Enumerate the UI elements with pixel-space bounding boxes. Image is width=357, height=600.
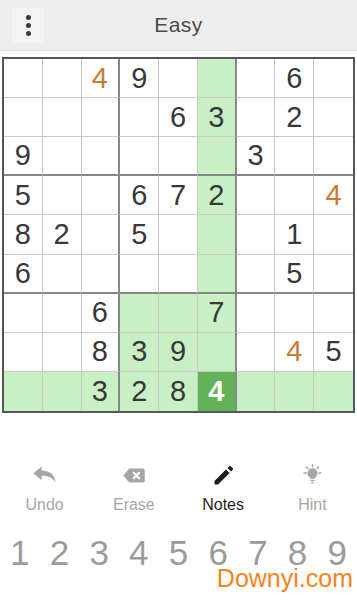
cell-r6c4[interactable] bbox=[120, 255, 159, 294]
cell-r9c6[interactable]: 4 bbox=[198, 372, 237, 411]
erase-label: Erase bbox=[113, 496, 155, 514]
numpad-1[interactable]: 1 bbox=[0, 528, 40, 578]
cell-r5c5[interactable] bbox=[159, 215, 198, 254]
cell-r7c2[interactable] bbox=[43, 294, 82, 333]
cell-r6c7[interactable] bbox=[237, 255, 276, 294]
cell-r7c9[interactable] bbox=[314, 294, 353, 333]
cell-r8c5[interactable]: 9 bbox=[159, 333, 198, 372]
cell-r9c5[interactable]: 8 bbox=[159, 372, 198, 411]
cell-r8c1[interactable] bbox=[4, 333, 43, 372]
numpad-2[interactable]: 2 bbox=[40, 528, 80, 578]
cell-r4c4[interactable]: 6 bbox=[120, 176, 159, 215]
cell-r7c4[interactable] bbox=[120, 294, 159, 333]
lightbulb-icon bbox=[299, 462, 326, 489]
cell-r2c3[interactable] bbox=[82, 98, 121, 137]
cell-r2c9[interactable] bbox=[314, 98, 353, 137]
cell-r2c2[interactable] bbox=[43, 98, 82, 137]
hint-label: Hint bbox=[298, 496, 326, 514]
cell-r1c1[interactable] bbox=[4, 59, 43, 98]
cell-r6c2[interactable] bbox=[43, 255, 82, 294]
cell-r1c4[interactable]: 9 bbox=[120, 59, 159, 98]
cell-r4c1[interactable]: 5 bbox=[4, 176, 43, 215]
cell-r2c6[interactable]: 3 bbox=[198, 98, 237, 137]
undo-label: Undo bbox=[26, 496, 64, 514]
cell-r8c4[interactable]: 3 bbox=[120, 333, 159, 372]
cell-r3c8[interactable] bbox=[275, 137, 314, 176]
cell-r3c3[interactable] bbox=[82, 137, 121, 176]
cell-r1c2[interactable] bbox=[43, 59, 82, 98]
cell-r5c3[interactable] bbox=[82, 215, 121, 254]
cell-r1c3[interactable]: 4 bbox=[82, 59, 121, 98]
ellipsis-icon bbox=[26, 15, 31, 20]
cell-r2c7[interactable] bbox=[237, 98, 276, 137]
cell-r7c8[interactable] bbox=[275, 294, 314, 333]
undo-button[interactable]: Undo bbox=[0, 460, 89, 514]
cell-r9c1[interactable] bbox=[4, 372, 43, 411]
cell-r5c1[interactable]: 8 bbox=[4, 215, 43, 254]
cell-r4c5[interactable]: 7 bbox=[159, 176, 198, 215]
notes-label: Notes bbox=[202, 496, 244, 514]
cell-r8c6[interactable] bbox=[198, 333, 237, 372]
sudoku-grid: 496632935672482516567839453284 bbox=[2, 57, 355, 413]
cell-r6c3[interactable] bbox=[82, 255, 121, 294]
cell-r2c1[interactable] bbox=[4, 98, 43, 137]
cell-r1c8[interactable]: 6 bbox=[275, 59, 314, 98]
cell-r5c6[interactable] bbox=[198, 215, 237, 254]
page-title: Easy bbox=[154, 13, 203, 37]
numpad-3[interactable]: 3 bbox=[79, 528, 119, 578]
pencil-icon bbox=[210, 462, 237, 489]
cell-r7c1[interactable] bbox=[4, 294, 43, 333]
cell-r9c8[interactable] bbox=[275, 372, 314, 411]
cell-r1c6[interactable] bbox=[198, 59, 237, 98]
cell-r5c4[interactable]: 5 bbox=[120, 215, 159, 254]
header: Easy bbox=[0, 0, 357, 51]
cell-r9c3[interactable]: 3 bbox=[82, 372, 121, 411]
erase-button[interactable]: Erase bbox=[89, 460, 178, 514]
cell-r7c6[interactable]: 7 bbox=[198, 294, 237, 333]
cell-r6c9[interactable] bbox=[314, 255, 353, 294]
cell-r5c7[interactable] bbox=[237, 215, 276, 254]
cell-r4c9[interactable]: 4 bbox=[314, 176, 353, 215]
cell-r7c3[interactable]: 6 bbox=[82, 294, 121, 333]
cell-r8c7[interactable] bbox=[237, 333, 276, 372]
cell-r3c9[interactable] bbox=[314, 137, 353, 176]
cell-r7c5[interactable] bbox=[159, 294, 198, 333]
cell-r7c7[interactable] bbox=[237, 294, 276, 333]
menu-button[interactable] bbox=[12, 8, 44, 43]
cell-r6c5[interactable] bbox=[159, 255, 198, 294]
watermark: Downyi.com bbox=[217, 564, 353, 593]
cell-r9c4[interactable]: 2 bbox=[120, 372, 159, 411]
cell-r2c4[interactable] bbox=[120, 98, 159, 137]
cell-r2c5[interactable]: 6 bbox=[159, 98, 198, 137]
cell-r3c6[interactable] bbox=[198, 137, 237, 176]
cell-r1c5[interactable] bbox=[159, 59, 198, 98]
numpad-4[interactable]: 4 bbox=[119, 528, 159, 578]
cell-r4c3[interactable] bbox=[82, 176, 121, 215]
hint-button[interactable]: Hint bbox=[268, 460, 357, 514]
cell-r5c8[interactable]: 1 bbox=[275, 215, 314, 254]
cell-r8c2[interactable] bbox=[43, 333, 82, 372]
cell-r9c2[interactable] bbox=[43, 372, 82, 411]
cell-r9c7[interactable] bbox=[237, 372, 276, 411]
cell-r6c8[interactable]: 5 bbox=[275, 255, 314, 294]
cell-r8c9[interactable]: 5 bbox=[314, 333, 353, 372]
cell-r8c3[interactable]: 8 bbox=[82, 333, 121, 372]
cell-r4c8[interactable] bbox=[275, 176, 314, 215]
cell-r9c9[interactable] bbox=[314, 372, 353, 411]
cell-r1c7[interactable] bbox=[237, 59, 276, 98]
cell-r3c1[interactable]: 9 bbox=[4, 137, 43, 176]
cell-r3c4[interactable] bbox=[120, 137, 159, 176]
cell-r1c9[interactable] bbox=[314, 59, 353, 98]
cell-r4c7[interactable] bbox=[237, 176, 276, 215]
cell-r3c2[interactable] bbox=[43, 137, 82, 176]
cell-r8c8[interactable]: 4 bbox=[275, 333, 314, 372]
cell-r5c2[interactable]: 2 bbox=[43, 215, 82, 254]
undo-arrow-icon bbox=[31, 462, 58, 489]
cell-r5c9[interactable] bbox=[314, 215, 353, 254]
cell-r2c8[interactable]: 2 bbox=[275, 98, 314, 137]
notes-button[interactable]: Notes bbox=[179, 460, 268, 514]
toolbar: Undo Erase Notes bbox=[0, 460, 357, 520]
cell-r4c2[interactable] bbox=[43, 176, 82, 215]
cell-r3c7[interactable]: 3 bbox=[237, 137, 276, 176]
numpad-5[interactable]: 5 bbox=[159, 528, 199, 578]
backspace-icon bbox=[120, 462, 147, 489]
cell-r3c5[interactable] bbox=[159, 137, 198, 176]
cell-r6c6[interactable] bbox=[198, 255, 237, 294]
cell-r4c6[interactable]: 2 bbox=[198, 176, 237, 215]
cell-r6c1[interactable]: 6 bbox=[4, 255, 43, 294]
